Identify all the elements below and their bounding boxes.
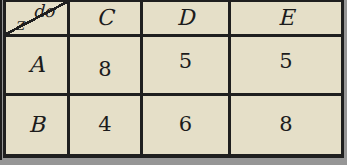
scanned-page: do z C D E A 8 5 5 B 4 6 8	[0, 0, 347, 165]
cell-b-d: 6	[143, 96, 231, 155]
corner-label-z: z	[15, 16, 24, 33]
corner-label-do: do	[33, 3, 54, 20]
cell-a-e: 5	[231, 37, 341, 96]
corner-cell: do z	[6, 2, 70, 37]
decision-table: do z C D E A 8 5 5 B 4 6 8	[3, 0, 344, 158]
cell-a-d: 5	[143, 37, 231, 96]
row-label-a: A	[6, 37, 70, 96]
cell-b-e: 8	[231, 96, 341, 155]
row-label-b: B	[6, 96, 70, 155]
col-header-e: E	[231, 2, 341, 37]
cell-b-c: 4	[70, 96, 143, 155]
col-header-c: C	[70, 2, 143, 37]
page-edge-line	[0, 0, 2, 160]
cell-a-c: 8	[70, 37, 143, 96]
col-header-d: D	[143, 2, 231, 37]
